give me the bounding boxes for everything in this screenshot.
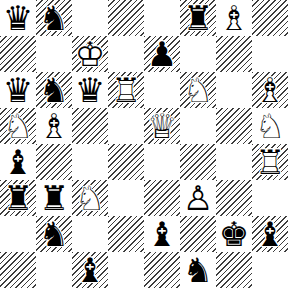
square-d8[interactable] [108,0,144,36]
white-knight-icon: ♘ [252,108,288,144]
piece-halo: ♚ [72,36,108,72]
square-h8[interactable] [252,0,288,36]
piece-halo: ♞ [0,108,36,144]
white-knight-icon: ♘ [180,72,216,108]
square-a2[interactable] [0,216,36,252]
white-rook-icon: ♖ [252,144,288,180]
piece-halo: ♛ [72,72,108,108]
piece-halo: ♝ [72,252,108,288]
piece-halo: ♟ [180,180,216,216]
square-g8[interactable]: ♝♗ [216,0,252,36]
piece-halo: ♛ [0,72,36,108]
square-a8[interactable]: ♛♛ [0,0,36,36]
square-g4[interactable] [216,144,252,180]
square-h7[interactable] [252,36,288,72]
black-queen-icon: ♛ [0,0,36,36]
piece-halo: ♞ [36,72,72,108]
piece-halo: ♜ [252,144,288,180]
black-knight-icon: ♞ [36,72,72,108]
square-b4[interactable] [36,144,72,180]
white-knight-icon: ♘ [0,108,36,144]
square-e7[interactable]: ♟♟ [144,36,180,72]
black-rook-icon: ♜ [180,0,216,36]
black-rook-icon: ♜ [36,180,72,216]
white-king-icon: ♔ [72,36,108,72]
white-bishop-icon: ♗ [36,108,72,144]
square-g5[interactable] [216,108,252,144]
piece-halo: ♜ [36,180,72,216]
piece-halo: ♝ [0,144,36,180]
square-g1[interactable] [216,252,252,288]
piece-halo: ♞ [180,252,216,288]
square-d4[interactable] [108,144,144,180]
square-b8[interactable]: ♞♞ [36,0,72,36]
square-f7[interactable] [180,36,216,72]
square-c7[interactable]: ♚♔ [72,36,108,72]
piece-halo: ♜ [180,0,216,36]
chess-board: ♛♛♞♞♜♜♝♗♚♔♟♟♛♛♞♞♛♛♜♖♞♘♝♗♞♘♝♗♛♕♞♘♝♝♜♖♜♜♜♜… [0,0,288,288]
square-a1[interactable] [0,252,36,288]
black-rook-icon: ♜ [0,180,36,216]
square-h1[interactable] [252,252,288,288]
square-h2[interactable]: ♝♝ [252,216,288,252]
black-king-icon: ♚ [216,216,252,252]
square-c1[interactable]: ♝♝ [72,252,108,288]
square-d7[interactable] [108,36,144,72]
piece-halo: ♛ [0,0,36,36]
square-h6[interactable]: ♝♗ [252,72,288,108]
square-d1[interactable] [108,252,144,288]
square-g7[interactable] [216,36,252,72]
square-d3[interactable] [108,180,144,216]
square-a5[interactable]: ♞♘ [0,108,36,144]
black-knight-icon: ♞ [180,252,216,288]
piece-halo: ♜ [108,72,144,108]
square-f3[interactable]: ♟♙ [180,180,216,216]
white-bishop-icon: ♗ [216,0,252,36]
square-c3[interactable]: ♞♘ [72,180,108,216]
piece-halo: ♛ [144,108,180,144]
square-e1[interactable] [144,252,180,288]
black-bishop-icon: ♝ [72,252,108,288]
piece-halo: ♚ [216,216,252,252]
piece-halo: ♞ [180,72,216,108]
black-knight-icon: ♞ [36,0,72,36]
piece-halo: ♝ [36,108,72,144]
piece-halo: ♞ [36,0,72,36]
square-g6[interactable] [216,72,252,108]
square-g2[interactable]: ♚♚ [216,216,252,252]
square-f4[interactable] [180,144,216,180]
square-f6[interactable]: ♞♘ [180,72,216,108]
square-c5[interactable] [72,108,108,144]
square-h3[interactable] [252,180,288,216]
square-f2[interactable] [180,216,216,252]
square-c6[interactable]: ♛♛ [72,72,108,108]
piece-halo: ♟ [144,36,180,72]
piece-halo: ♞ [36,216,72,252]
black-bishop-icon: ♝ [0,144,36,180]
square-e2[interactable]: ♝♝ [144,216,180,252]
square-c8[interactable] [72,0,108,36]
square-g3[interactable] [216,180,252,216]
square-d5[interactable] [108,108,144,144]
square-b6[interactable]: ♞♞ [36,72,72,108]
square-e3[interactable] [144,180,180,216]
square-c4[interactable] [72,144,108,180]
piece-halo: ♜ [0,180,36,216]
piece-halo: ♞ [252,108,288,144]
square-b5[interactable]: ♝♗ [36,108,72,144]
square-e4[interactable] [144,144,180,180]
piece-halo: ♝ [144,216,180,252]
black-queen-icon: ♛ [0,72,36,108]
square-a6[interactable]: ♛♛ [0,72,36,108]
white-pawn-icon: ♙ [180,180,216,216]
square-f8[interactable]: ♜♜ [180,0,216,36]
square-b1[interactable] [36,252,72,288]
square-d2[interactable] [108,216,144,252]
piece-halo: ♞ [72,180,108,216]
square-b3[interactable]: ♜♜ [36,180,72,216]
square-a4[interactable]: ♝♝ [0,144,36,180]
white-bishop-icon: ♗ [252,72,288,108]
black-knight-icon: ♞ [36,216,72,252]
square-h4[interactable]: ♜♖ [252,144,288,180]
square-e5[interactable]: ♛♕ [144,108,180,144]
black-pawn-icon: ♟ [144,36,180,72]
black-bishop-icon: ♝ [144,216,180,252]
square-c2[interactable] [72,216,108,252]
square-d6[interactable]: ♜♖ [108,72,144,108]
square-b2[interactable]: ♞♞ [36,216,72,252]
black-bishop-icon: ♝ [252,216,288,252]
square-e6[interactable] [144,72,180,108]
square-f5[interactable] [180,108,216,144]
square-b7[interactable] [36,36,72,72]
square-f1[interactable]: ♞♞ [180,252,216,288]
square-a7[interactable] [0,36,36,72]
black-queen-icon: ♛ [72,72,108,108]
square-e8[interactable] [144,0,180,36]
square-a3[interactable]: ♜♜ [0,180,36,216]
white-queen-icon: ♕ [144,108,180,144]
piece-halo: ♝ [252,216,288,252]
piece-halo: ♝ [252,72,288,108]
piece-halo: ♝ [216,0,252,36]
white-rook-icon: ♖ [108,72,144,108]
square-h5[interactable]: ♞♘ [252,108,288,144]
white-knight-icon: ♘ [72,180,108,216]
